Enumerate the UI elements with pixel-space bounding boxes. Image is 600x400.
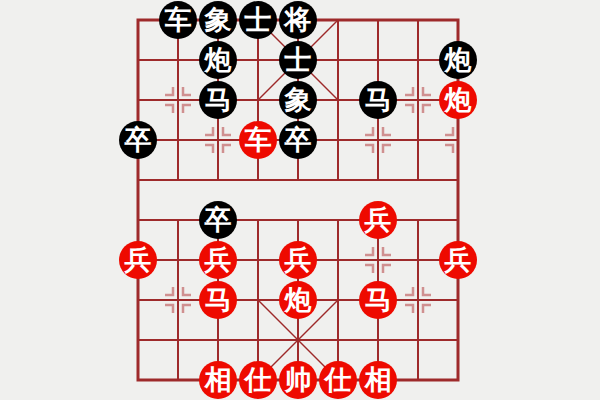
red-horse[interactable]: 马 xyxy=(199,281,237,319)
black-chariot[interactable]: 车 xyxy=(159,1,197,39)
red-chariot[interactable]: 车 xyxy=(239,121,277,159)
black-advisor[interactable]: 士 xyxy=(279,41,317,79)
black-soldier[interactable]: 卒 xyxy=(199,201,237,239)
red-elephant[interactable]: 相 xyxy=(199,361,237,399)
red-soldier[interactable]: 兵 xyxy=(439,241,477,279)
black-soldier[interactable]: 卒 xyxy=(279,121,317,159)
black-cannon[interactable]: 炮 xyxy=(439,41,477,79)
black-elephant[interactable]: 象 xyxy=(199,1,237,39)
red-cannon[interactable]: 炮 xyxy=(439,81,477,119)
xiangqi-diagram: 车象士将炮士炮马象马炮卒车卒卒兵兵兵兵兵马炮马相仕帅仕相 xyxy=(0,0,600,400)
red-soldier[interactable]: 兵 xyxy=(119,241,157,279)
red-elephant[interactable]: 相 xyxy=(359,361,397,399)
black-general[interactable]: 将 xyxy=(279,1,317,39)
black-advisor[interactable]: 士 xyxy=(239,1,277,39)
black-horse[interactable]: 马 xyxy=(199,81,237,119)
red-advisor[interactable]: 仕 xyxy=(239,361,277,399)
red-king[interactable]: 帅 xyxy=(279,361,317,399)
red-horse[interactable]: 马 xyxy=(359,281,397,319)
black-elephant[interactable]: 象 xyxy=(279,81,317,119)
black-cannon[interactable]: 炮 xyxy=(199,41,237,79)
red-soldier[interactable]: 兵 xyxy=(359,201,397,239)
red-advisor[interactable]: 仕 xyxy=(319,361,357,399)
red-cannon[interactable]: 炮 xyxy=(279,281,317,319)
black-soldier[interactable]: 卒 xyxy=(119,121,157,159)
red-soldier[interactable]: 兵 xyxy=(279,241,317,279)
black-horse[interactable]: 马 xyxy=(359,81,397,119)
red-soldier[interactable]: 兵 xyxy=(199,241,237,279)
